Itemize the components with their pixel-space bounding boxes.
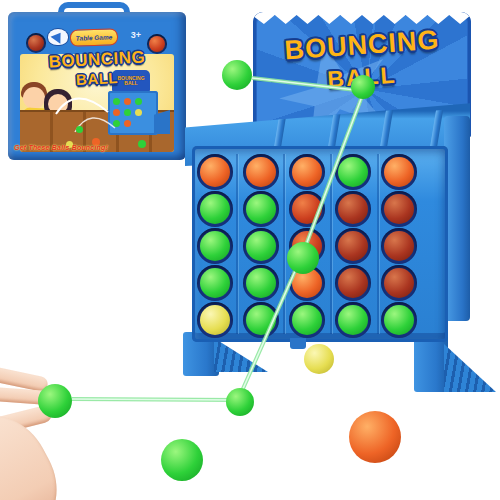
tray-divider xyxy=(430,110,443,148)
grid-ball-darkred xyxy=(338,268,368,298)
base-latch xyxy=(290,338,306,349)
grid-ball-green xyxy=(246,194,276,224)
brand-banner: Table Game xyxy=(70,28,119,47)
grid-cell-r2c4[interactable] xyxy=(335,191,371,227)
yellow-ball-floor[interactable] xyxy=(304,344,334,374)
airborne-ball-apex[interactable] xyxy=(351,75,375,99)
grid-cell-r1c2[interactable] xyxy=(243,154,279,190)
grid-ball-green xyxy=(384,305,414,335)
grid-cell-r1c1[interactable] xyxy=(197,154,233,190)
ball-grid xyxy=(192,146,448,342)
floor-ball-green[interactable] xyxy=(161,439,203,481)
grid-cell-r4c4[interactable] xyxy=(335,265,371,301)
grid-cell-r3c2[interactable] xyxy=(243,228,279,264)
grid-ball-yellow xyxy=(200,305,230,335)
grid-cell-r4c1[interactable] xyxy=(197,265,233,301)
product-box: Table Game 3+ BOUNCING BALL BOUNCING BAL… xyxy=(8,12,186,160)
grid-cell-r2c2[interactable] xyxy=(243,191,279,227)
grid-ball-green xyxy=(246,268,276,298)
floor-ball-orange[interactable] xyxy=(349,411,401,463)
grid-cell-r3c1[interactable] xyxy=(197,228,233,264)
grid-ball-green xyxy=(338,157,368,187)
box-side-hole xyxy=(26,33,46,53)
grid-cell-r5c3[interactable] xyxy=(289,302,325,338)
product-photo-canvas: Table Game 3+ BOUNCING BALL BOUNCING BAL… xyxy=(0,0,500,500)
grid-ball-green xyxy=(200,194,230,224)
grid-ball-green xyxy=(200,268,230,298)
grid-ball-darkred xyxy=(338,231,368,261)
grid-cell-r1c5[interactable] xyxy=(381,154,417,190)
grid-cell-r1c3[interactable] xyxy=(289,154,325,190)
grid-cell-r2c5[interactable] xyxy=(381,191,417,227)
grid-cell-r4c5[interactable] xyxy=(381,265,417,301)
grid-ball-green xyxy=(338,305,368,335)
grid-cell-r1c4[interactable] xyxy=(335,154,371,190)
grid-ball-darkred xyxy=(384,268,414,298)
airborne-ball-top[interactable] xyxy=(222,60,252,90)
grid-ball-green xyxy=(246,305,276,335)
grid-cell-r5c2[interactable] xyxy=(243,302,279,338)
airborne-ball-mid[interactable] xyxy=(287,242,319,274)
grid-ball-darkred xyxy=(384,231,414,261)
grid-cell-r3c5[interactable] xyxy=(381,228,417,264)
tray-divider xyxy=(380,110,393,148)
grid-cell-r2c3[interactable] xyxy=(289,191,325,227)
grid-ball-orange xyxy=(292,157,322,187)
art-ball xyxy=(138,140,146,148)
grid-cell-r5c4[interactable] xyxy=(335,302,371,338)
grid-ball-orange xyxy=(384,157,414,187)
grid-ball-green xyxy=(200,231,230,261)
bounce-ball[interactable] xyxy=(226,388,254,416)
grid-cell-r4c2[interactable] xyxy=(243,265,279,301)
grid-ball-darkred xyxy=(384,194,414,224)
grid-ball-green xyxy=(292,305,322,335)
box-tagline: Get These Balls Bouncing! xyxy=(14,144,108,151)
held-ball[interactable] xyxy=(38,384,72,418)
grid-ball-red xyxy=(292,194,322,224)
grid-cell-r5c5[interactable] xyxy=(381,302,417,338)
brand-logo-icon xyxy=(48,29,68,45)
age-badge: 3+ xyxy=(125,30,147,44)
grid-cell-r3c4[interactable] xyxy=(335,228,371,264)
grid-ball-orange xyxy=(246,157,276,187)
art-ball xyxy=(76,126,83,133)
backboard-zigzag-edge xyxy=(253,12,471,25)
brand-name: Table Game xyxy=(76,33,113,41)
grid-ball-darkred xyxy=(338,194,368,224)
left-foot-ramp xyxy=(214,338,268,372)
grid-ball-green xyxy=(246,231,276,261)
grid-cell-r2c1[interactable] xyxy=(197,191,233,227)
right-foot-ramp xyxy=(444,344,496,392)
tray-divider xyxy=(328,110,341,148)
grid-cell-r5c1[interactable] xyxy=(197,302,233,338)
grid-ball-orange xyxy=(200,157,230,187)
